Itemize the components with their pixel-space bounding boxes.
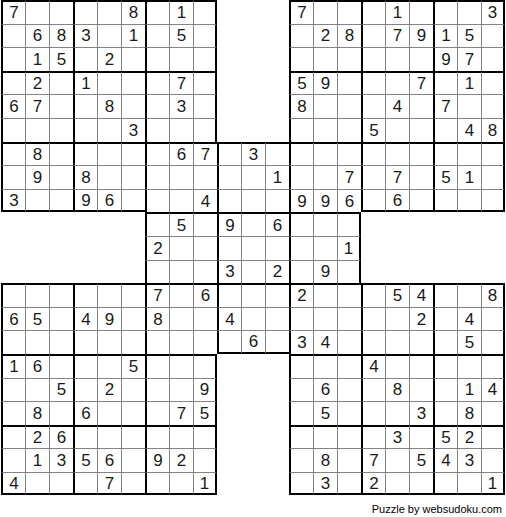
sudoku-cell-r7c16[interactable] <box>361 142 385 166</box>
sudoku-cell-r8c9[interactable] <box>193 165 217 189</box>
sudoku-cell-r8c16[interactable] <box>361 165 385 189</box>
sudoku-cell-r8c18[interactable] <box>409 165 433 189</box>
sudoku-cell-r21c17[interactable] <box>385 472 409 496</box>
sudoku-cell-r6c1[interactable] <box>1 118 25 142</box>
sudoku-cell-r4c18[interactable]: 7 <box>409 71 433 95</box>
sudoku-cell-r8c11[interactable] <box>241 165 265 189</box>
sudoku-cell-r4c5[interactable] <box>97 71 121 95</box>
sudoku-cell-r13c9[interactable]: 6 <box>193 283 217 307</box>
sudoku-cell-r10c9[interactable] <box>193 212 217 236</box>
sudoku-cell-r13c16[interactable] <box>361 283 385 307</box>
sudoku-cell-r9c2[interactable] <box>25 189 49 213</box>
sudoku-cell-r8c21[interactable] <box>481 165 505 189</box>
sudoku-cell-r5c18[interactable] <box>409 94 433 118</box>
sudoku-cell-r2c18[interactable]: 9 <box>409 24 433 48</box>
sudoku-cell-r3c3[interactable]: 5 <box>49 47 73 71</box>
sudoku-cell-r9c9[interactable]: 4 <box>193 189 217 213</box>
sudoku-cell-r20c20[interactable]: 3 <box>457 448 481 472</box>
sudoku-cell-r1c21[interactable]: 3 <box>481 0 505 24</box>
sudoku-cell-r16c7[interactable] <box>145 354 169 378</box>
sudoku-cell-r6c18[interactable] <box>409 118 433 142</box>
sudoku-cell-r21c16[interactable]: 2 <box>361 472 385 496</box>
sudoku-cell-r17c6[interactable] <box>121 378 145 402</box>
sudoku-cell-r2c14[interactable]: 2 <box>313 24 337 48</box>
sudoku-cell-r12c9[interactable] <box>193 260 217 284</box>
sudoku-cell-r15c16[interactable] <box>361 330 385 354</box>
sudoku-cell-r21c6[interactable] <box>121 472 145 496</box>
sudoku-cell-r15c3[interactable] <box>49 330 73 354</box>
sudoku-cell-r2c6[interactable]: 1 <box>121 24 145 48</box>
sudoku-cell-r6c20[interactable]: 4 <box>457 118 481 142</box>
sudoku-cell-r17c13[interactable] <box>289 378 313 402</box>
sudoku-cell-r3c8[interactable] <box>169 47 193 71</box>
sudoku-cell-r7c9[interactable]: 7 <box>193 142 217 166</box>
sudoku-cell-r17c16[interactable] <box>361 378 385 402</box>
sudoku-cell-r14c10[interactable]: 4 <box>217 307 241 331</box>
sudoku-cell-r7c5[interactable] <box>97 142 121 166</box>
sudoku-cell-r5c9[interactable] <box>193 94 217 118</box>
sudoku-cell-r13c15[interactable] <box>337 283 361 307</box>
sudoku-cell-r11c12[interactable] <box>265 236 289 260</box>
sudoku-cell-r20c13[interactable] <box>289 448 313 472</box>
sudoku-cell-r4c1[interactable] <box>1 71 25 95</box>
sudoku-cell-r14c14[interactable] <box>313 307 337 331</box>
sudoku-cell-r2c21[interactable] <box>481 24 505 48</box>
sudoku-cell-r20c4[interactable]: 5 <box>73 448 97 472</box>
sudoku-cell-r13c6[interactable] <box>121 283 145 307</box>
sudoku-cell-r13c18[interactable]: 4 <box>409 283 433 307</box>
sudoku-cell-r16c6[interactable]: 5 <box>121 354 145 378</box>
sudoku-cell-r9c1[interactable]: 3 <box>1 189 25 213</box>
sudoku-cell-r1c1[interactable]: 7 <box>1 0 25 24</box>
sudoku-cell-r9c4[interactable]: 9 <box>73 189 97 213</box>
sudoku-cell-r18c9[interactable]: 5 <box>193 401 217 425</box>
sudoku-cell-r18c18[interactable]: 3 <box>409 401 433 425</box>
sudoku-cell-r16c1[interactable]: 1 <box>1 354 25 378</box>
sudoku-cell-r2c5[interactable] <box>97 24 121 48</box>
sudoku-cell-r18c1[interactable] <box>1 401 25 425</box>
sudoku-cell-r8c15[interactable]: 7 <box>337 165 361 189</box>
sudoku-cell-r18c15[interactable] <box>337 401 361 425</box>
sudoku-cell-r7c11[interactable]: 3 <box>241 142 265 166</box>
sudoku-cell-r3c5[interactable]: 2 <box>97 47 121 71</box>
sudoku-cell-r7c7[interactable] <box>145 142 169 166</box>
sudoku-cell-r3c14[interactable] <box>313 47 337 71</box>
sudoku-cell-r14c21[interactable] <box>481 307 505 331</box>
sudoku-cell-r15c19[interactable] <box>433 330 457 354</box>
sudoku-cell-r19c8[interactable] <box>169 425 193 449</box>
sudoku-cell-r15c11[interactable]: 6 <box>241 330 265 354</box>
sudoku-cell-r4c14[interactable]: 9 <box>313 71 337 95</box>
sudoku-cell-r13c10[interactable] <box>217 283 241 307</box>
sudoku-cell-r21c1[interactable]: 4 <box>1 472 25 496</box>
sudoku-cell-r10c13[interactable] <box>289 212 313 236</box>
sudoku-cell-r1c20[interactable] <box>457 0 481 24</box>
sudoku-cell-r9c5[interactable]: 6 <box>97 189 121 213</box>
sudoku-cell-r1c18[interactable] <box>409 0 433 24</box>
sudoku-cell-r1c2[interactable] <box>25 0 49 24</box>
sudoku-cell-r13c1[interactable] <box>1 283 25 307</box>
sudoku-cell-r21c3[interactable] <box>49 472 73 496</box>
sudoku-cell-r3c16[interactable] <box>361 47 385 71</box>
sudoku-cell-r18c8[interactable]: 7 <box>169 401 193 425</box>
sudoku-cell-r20c17[interactable] <box>385 448 409 472</box>
sudoku-cell-r8c12[interactable]: 1 <box>265 165 289 189</box>
sudoku-cell-r7c12[interactable] <box>265 142 289 166</box>
sudoku-cell-r17c3[interactable]: 5 <box>49 378 73 402</box>
sudoku-cell-r14c9[interactable] <box>193 307 217 331</box>
sudoku-cell-r9c15[interactable]: 6 <box>337 189 361 213</box>
sudoku-cell-r1c3[interactable] <box>49 0 73 24</box>
sudoku-cell-r12c15[interactable] <box>337 260 361 284</box>
sudoku-cell-r21c9[interactable]: 1 <box>193 472 217 496</box>
sudoku-cell-r9c12[interactable] <box>265 189 289 213</box>
sudoku-cell-r19c13[interactable] <box>289 425 313 449</box>
sudoku-cell-r7c3[interactable] <box>49 142 73 166</box>
sudoku-cell-r19c4[interactable] <box>73 425 97 449</box>
sudoku-cell-r19c6[interactable] <box>121 425 145 449</box>
sudoku-cell-r14c1[interactable]: 6 <box>1 307 25 331</box>
sudoku-cell-r17c14[interactable]: 6 <box>313 378 337 402</box>
sudoku-cell-r13c12[interactable] <box>265 283 289 307</box>
sudoku-cell-r1c17[interactable]: 1 <box>385 0 409 24</box>
sudoku-cell-r21c18[interactable] <box>409 472 433 496</box>
sudoku-cell-r16c3[interactable] <box>49 354 73 378</box>
sudoku-cell-r1c15[interactable] <box>337 0 361 24</box>
sudoku-cell-r14c7[interactable]: 8 <box>145 307 169 331</box>
sudoku-cell-r18c6[interactable] <box>121 401 145 425</box>
sudoku-cell-r17c15[interactable] <box>337 378 361 402</box>
sudoku-cell-r21c20[interactable] <box>457 472 481 496</box>
sudoku-cell-r9c11[interactable] <box>241 189 265 213</box>
sudoku-cell-r14c18[interactable]: 2 <box>409 307 433 331</box>
sudoku-cell-r18c19[interactable] <box>433 401 457 425</box>
sudoku-cell-r17c7[interactable] <box>145 378 169 402</box>
sudoku-cell-r7c17[interactable] <box>385 142 409 166</box>
sudoku-cell-r3c1[interactable] <box>1 47 25 71</box>
sudoku-cell-r14c13[interactable] <box>289 307 313 331</box>
sudoku-cell-r18c5[interactable] <box>97 401 121 425</box>
sudoku-cell-r8c3[interactable] <box>49 165 73 189</box>
sudoku-cell-r1c14[interactable] <box>313 0 337 24</box>
sudoku-cell-r15c12[interactable] <box>265 330 289 354</box>
sudoku-cell-r14c19[interactable] <box>433 307 457 331</box>
sudoku-cell-r8c5[interactable] <box>97 165 121 189</box>
sudoku-cell-r10c10[interactable]: 9 <box>217 212 241 236</box>
sudoku-cell-r20c1[interactable] <box>1 448 25 472</box>
sudoku-cell-r8c2[interactable]: 9 <box>25 165 49 189</box>
sudoku-cell-r3c7[interactable] <box>145 47 169 71</box>
sudoku-cell-r19c14[interactable] <box>313 425 337 449</box>
sudoku-cell-r19c19[interactable]: 5 <box>433 425 457 449</box>
sudoku-cell-r13c7[interactable]: 7 <box>145 283 169 307</box>
sudoku-cell-r3c15[interactable] <box>337 47 361 71</box>
sudoku-cell-r6c4[interactable] <box>73 118 97 142</box>
sudoku-cell-r13c2[interactable] <box>25 283 49 307</box>
sudoku-cell-r16c14[interactable] <box>313 354 337 378</box>
sudoku-cell-r13c11[interactable] <box>241 283 265 307</box>
sudoku-cell-r20c21[interactable] <box>481 448 505 472</box>
sudoku-cell-r4c19[interactable] <box>433 71 457 95</box>
sudoku-cell-r14c11[interactable] <box>241 307 265 331</box>
sudoku-cell-r3c2[interactable]: 1 <box>25 47 49 71</box>
sudoku-cell-r19c16[interactable] <box>361 425 385 449</box>
sudoku-cell-r7c6[interactable] <box>121 142 145 166</box>
sudoku-cell-r6c17[interactable] <box>385 118 409 142</box>
sudoku-cell-r19c18[interactable] <box>409 425 433 449</box>
sudoku-cell-r15c6[interactable] <box>121 330 145 354</box>
sudoku-cell-r8c4[interactable]: 8 <box>73 165 97 189</box>
sudoku-cell-r5c8[interactable]: 3 <box>169 94 193 118</box>
sudoku-cell-r17c4[interactable] <box>73 378 97 402</box>
sudoku-cell-r17c2[interactable] <box>25 378 49 402</box>
sudoku-cell-r17c8[interactable] <box>169 378 193 402</box>
sudoku-cell-r12c13[interactable] <box>289 260 313 284</box>
sudoku-cell-r7c14[interactable] <box>313 142 337 166</box>
sudoku-cell-r5c15[interactable] <box>337 94 361 118</box>
sudoku-cell-r8c17[interactable]: 7 <box>385 165 409 189</box>
sudoku-cell-r11c15[interactable]: 1 <box>337 236 361 260</box>
sudoku-cell-r5c3[interactable] <box>49 94 73 118</box>
sudoku-cell-r2c9[interactable] <box>193 24 217 48</box>
sudoku-cell-r2c2[interactable]: 6 <box>25 24 49 48</box>
sudoku-cell-r15c5[interactable] <box>97 330 121 354</box>
sudoku-cell-r5c21[interactable] <box>481 94 505 118</box>
sudoku-cell-r15c10[interactable] <box>217 330 241 354</box>
sudoku-cell-r16c5[interactable] <box>97 354 121 378</box>
sudoku-cell-r9c16[interactable] <box>361 189 385 213</box>
sudoku-cell-r12c7[interactable] <box>145 260 169 284</box>
sudoku-cell-r21c5[interactable]: 7 <box>97 472 121 496</box>
sudoku-cell-r11c8[interactable] <box>169 236 193 260</box>
sudoku-cell-r4c17[interactable] <box>385 71 409 95</box>
sudoku-cell-r4c4[interactable]: 1 <box>73 71 97 95</box>
sudoku-cell-r7c21[interactable] <box>481 142 505 166</box>
sudoku-cell-r4c3[interactable] <box>49 71 73 95</box>
sudoku-cell-r5c17[interactable]: 4 <box>385 94 409 118</box>
sudoku-cell-r20c8[interactable]: 2 <box>169 448 193 472</box>
sudoku-cell-r20c14[interactable]: 8 <box>313 448 337 472</box>
sudoku-cell-r7c20[interactable] <box>457 142 481 166</box>
sudoku-cell-r14c8[interactable] <box>169 307 193 331</box>
sudoku-cell-r18c4[interactable]: 6 <box>73 401 97 425</box>
sudoku-cell-r6c14[interactable] <box>313 118 337 142</box>
sudoku-cell-r15c1[interactable] <box>1 330 25 354</box>
sudoku-cell-r21c15[interactable] <box>337 472 361 496</box>
sudoku-cell-r3c13[interactable] <box>289 47 313 71</box>
sudoku-cell-r3c4[interactable] <box>73 47 97 71</box>
sudoku-cell-r1c4[interactable] <box>73 0 97 24</box>
sudoku-cell-r9c18[interactable] <box>409 189 433 213</box>
sudoku-cell-r12c12[interactable]: 2 <box>265 260 289 284</box>
sudoku-cell-r7c4[interactable] <box>73 142 97 166</box>
sudoku-cell-r1c6[interactable]: 8 <box>121 0 145 24</box>
sudoku-cell-r14c15[interactable] <box>337 307 361 331</box>
sudoku-cell-r7c19[interactable] <box>433 142 457 166</box>
sudoku-cell-r7c13[interactable] <box>289 142 313 166</box>
sudoku-cell-r9c6[interactable] <box>121 189 145 213</box>
sudoku-cell-r20c2[interactable]: 1 <box>25 448 49 472</box>
sudoku-cell-r18c17[interactable] <box>385 401 409 425</box>
sudoku-cell-r8c10[interactable] <box>217 165 241 189</box>
sudoku-cell-r3c9[interactable] <box>193 47 217 71</box>
sudoku-cell-r21c21[interactable]: 1 <box>481 472 505 496</box>
sudoku-cell-r7c1[interactable] <box>1 142 25 166</box>
sudoku-cell-r15c18[interactable] <box>409 330 433 354</box>
sudoku-cell-r1c16[interactable] <box>361 0 385 24</box>
sudoku-cell-r10c7[interactable] <box>145 212 169 236</box>
sudoku-cell-r4c8[interactable]: 7 <box>169 71 193 95</box>
sudoku-cell-r2c19[interactable]: 1 <box>433 24 457 48</box>
sudoku-cell-r15c8[interactable] <box>169 330 193 354</box>
sudoku-cell-r12c11[interactable] <box>241 260 265 284</box>
sudoku-cell-r11c14[interactable] <box>313 236 337 260</box>
sudoku-cell-r20c18[interactable]: 5 <box>409 448 433 472</box>
sudoku-cell-r1c9[interactable] <box>193 0 217 24</box>
sudoku-cell-r17c5[interactable]: 2 <box>97 378 121 402</box>
sudoku-cell-r14c6[interactable] <box>121 307 145 331</box>
sudoku-cell-r11c9[interactable] <box>193 236 217 260</box>
sudoku-cell-r2c1[interactable] <box>1 24 25 48</box>
sudoku-cell-r5c14[interactable] <box>313 94 337 118</box>
sudoku-cell-r3c17[interactable] <box>385 47 409 71</box>
sudoku-cell-r11c13[interactable] <box>289 236 313 260</box>
sudoku-cell-r20c9[interactable] <box>193 448 217 472</box>
sudoku-cell-r14c12[interactable] <box>265 307 289 331</box>
sudoku-cell-r2c8[interactable]: 5 <box>169 24 193 48</box>
sudoku-cell-r9c19[interactable] <box>433 189 457 213</box>
sudoku-cell-r13c17[interactable]: 5 <box>385 283 409 307</box>
sudoku-cell-r20c19[interactable]: 4 <box>433 448 457 472</box>
sudoku-cell-r3c21[interactable] <box>481 47 505 71</box>
sudoku-cell-r15c20[interactable]: 5 <box>457 330 481 354</box>
sudoku-cell-r10c15[interactable] <box>337 212 361 236</box>
sudoku-cell-r7c8[interactable]: 6 <box>169 142 193 166</box>
sudoku-cell-r20c15[interactable] <box>337 448 361 472</box>
sudoku-cell-r19c1[interactable] <box>1 425 25 449</box>
sudoku-cell-r15c14[interactable]: 4 <box>313 330 337 354</box>
sudoku-cell-r4c16[interactable] <box>361 71 385 95</box>
sudoku-cell-r13c3[interactable] <box>49 283 73 307</box>
sudoku-cell-r14c2[interactable]: 5 <box>25 307 49 331</box>
sudoku-cell-r9c14[interactable]: 9 <box>313 189 337 213</box>
sudoku-cell-r14c3[interactable] <box>49 307 73 331</box>
sudoku-cell-r17c19[interactable] <box>433 378 457 402</box>
sudoku-cell-r6c9[interactable] <box>193 118 217 142</box>
sudoku-cell-r2c7[interactable] <box>145 24 169 48</box>
sudoku-cell-r16c17[interactable] <box>385 354 409 378</box>
sudoku-cell-r17c18[interactable] <box>409 378 433 402</box>
sudoku-cell-r16c21[interactable] <box>481 354 505 378</box>
sudoku-cell-r11c10[interactable] <box>217 236 241 260</box>
sudoku-cell-r2c13[interactable] <box>289 24 313 48</box>
sudoku-cell-r3c19[interactable]: 9 <box>433 47 457 71</box>
sudoku-cell-r21c2[interactable] <box>25 472 49 496</box>
sudoku-cell-r18c20[interactable]: 8 <box>457 401 481 425</box>
sudoku-cell-r16c9[interactable] <box>193 354 217 378</box>
sudoku-cell-r6c2[interactable] <box>25 118 49 142</box>
sudoku-cell-r20c7[interactable]: 9 <box>145 448 169 472</box>
sudoku-cell-r17c20[interactable]: 1 <box>457 378 481 402</box>
sudoku-cell-r3c20[interactable]: 7 <box>457 47 481 71</box>
sudoku-cell-r15c15[interactable] <box>337 330 361 354</box>
sudoku-cell-r5c20[interactable] <box>457 94 481 118</box>
sudoku-cell-r8c6[interactable] <box>121 165 145 189</box>
sudoku-cell-r6c16[interactable]: 5 <box>361 118 385 142</box>
sudoku-cell-r15c7[interactable] <box>145 330 169 354</box>
sudoku-cell-r20c3[interactable]: 3 <box>49 448 73 472</box>
sudoku-cell-r21c4[interactable] <box>73 472 97 496</box>
sudoku-cell-r13c14[interactable] <box>313 283 337 307</box>
sudoku-cell-r16c2[interactable]: 6 <box>25 354 49 378</box>
sudoku-cell-r16c13[interactable] <box>289 354 313 378</box>
sudoku-cell-r17c17[interactable]: 8 <box>385 378 409 402</box>
sudoku-cell-r19c15[interactable] <box>337 425 361 449</box>
sudoku-cell-r4c7[interactable] <box>145 71 169 95</box>
sudoku-cell-r14c20[interactable]: 4 <box>457 307 481 331</box>
sudoku-cell-r18c2[interactable]: 8 <box>25 401 49 425</box>
sudoku-cell-r16c4[interactable] <box>73 354 97 378</box>
sudoku-cell-r6c6[interactable]: 3 <box>121 118 145 142</box>
sudoku-cell-r6c15[interactable] <box>337 118 361 142</box>
sudoku-cell-r13c13[interactable]: 2 <box>289 283 313 307</box>
sudoku-cell-r7c18[interactable] <box>409 142 433 166</box>
sudoku-cell-r18c13[interactable] <box>289 401 313 425</box>
sudoku-cell-r1c5[interactable] <box>97 0 121 24</box>
sudoku-cell-r20c6[interactable] <box>121 448 145 472</box>
sudoku-cell-r9c21[interactable] <box>481 189 505 213</box>
sudoku-cell-r15c17[interactable] <box>385 330 409 354</box>
sudoku-cell-r19c7[interactable] <box>145 425 169 449</box>
sudoku-cell-r8c20[interactable]: 1 <box>457 165 481 189</box>
sudoku-cell-r18c16[interactable] <box>361 401 385 425</box>
sudoku-cell-r14c4[interactable]: 4 <box>73 307 97 331</box>
sudoku-cell-r10c8[interactable]: 5 <box>169 212 193 236</box>
sudoku-cell-r16c19[interactable] <box>433 354 457 378</box>
sudoku-cell-r5c5[interactable]: 8 <box>97 94 121 118</box>
sudoku-cell-r13c5[interactable] <box>97 283 121 307</box>
sudoku-cell-r5c7[interactable] <box>145 94 169 118</box>
sudoku-cell-r19c3[interactable]: 6 <box>49 425 73 449</box>
sudoku-cell-r6c19[interactable] <box>433 118 457 142</box>
sudoku-cell-r21c13[interactable] <box>289 472 313 496</box>
sudoku-cell-r6c13[interactable] <box>289 118 313 142</box>
sudoku-cell-r18c21[interactable] <box>481 401 505 425</box>
sudoku-cell-r10c11[interactable] <box>241 212 265 236</box>
sudoku-cell-r12c8[interactable] <box>169 260 193 284</box>
sudoku-cell-r15c4[interactable] <box>73 330 97 354</box>
sudoku-cell-r3c6[interactable] <box>121 47 145 71</box>
sudoku-cell-r9c10[interactable] <box>217 189 241 213</box>
sudoku-cell-r20c5[interactable]: 6 <box>97 448 121 472</box>
sudoku-cell-r13c20[interactable] <box>457 283 481 307</box>
sudoku-cell-r1c8[interactable]: 1 <box>169 0 193 24</box>
sudoku-cell-r21c19[interactable] <box>433 472 457 496</box>
sudoku-cell-r16c18[interactable] <box>409 354 433 378</box>
sudoku-cell-r19c17[interactable]: 3 <box>385 425 409 449</box>
sudoku-cell-r18c7[interactable] <box>145 401 169 425</box>
sudoku-cell-r2c4[interactable]: 3 <box>73 24 97 48</box>
sudoku-cell-r4c20[interactable]: 1 <box>457 71 481 95</box>
sudoku-cell-r18c14[interactable]: 5 <box>313 401 337 425</box>
sudoku-cell-r5c1[interactable]: 6 <box>1 94 25 118</box>
sudoku-cell-r4c13[interactable]: 5 <box>289 71 313 95</box>
sudoku-cell-r15c21[interactable] <box>481 330 505 354</box>
sudoku-cell-r5c2[interactable]: 7 <box>25 94 49 118</box>
sudoku-cell-r8c1[interactable] <box>1 165 25 189</box>
sudoku-cell-r5c13[interactable]: 8 <box>289 94 313 118</box>
sudoku-cell-r6c7[interactable] <box>145 118 169 142</box>
